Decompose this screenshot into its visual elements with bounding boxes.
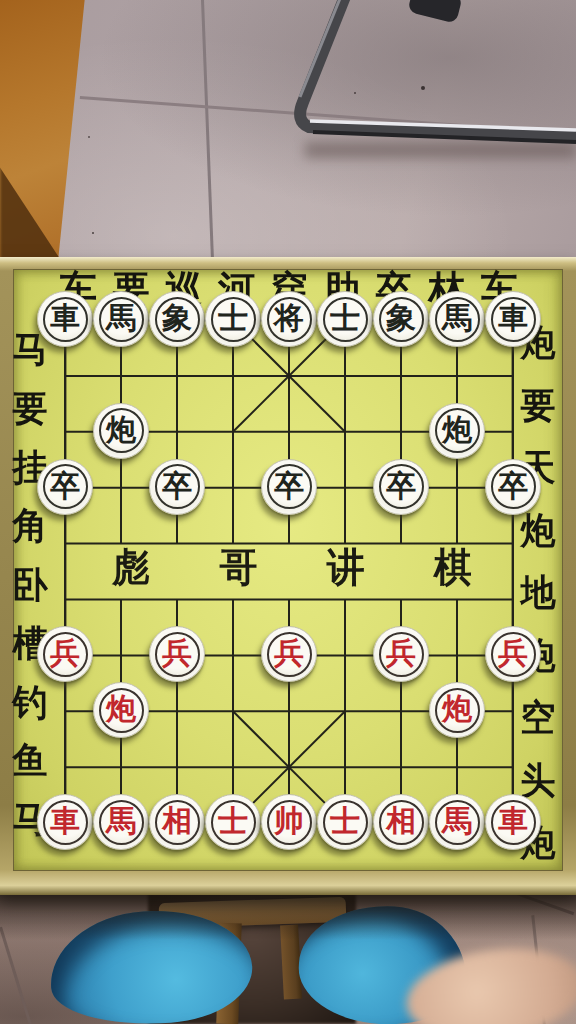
river-title: 彪哥讲棋 xyxy=(112,549,472,595)
piece-red-車[interactable]: 車 xyxy=(485,794,541,850)
board-text-char: 棋 xyxy=(434,548,472,596)
piece-character: 兵 xyxy=(498,638,528,668)
piece-black-馬[interactable]: 馬 xyxy=(429,291,485,347)
board-text-char: 要 xyxy=(521,387,556,424)
chair-leg xyxy=(0,0,576,175)
piece-black-卒[interactable]: 卒 xyxy=(37,459,93,515)
piece-ring: 卒 xyxy=(491,464,536,509)
piece-character: 馬 xyxy=(442,303,472,333)
piece-red-相[interactable]: 相 xyxy=(373,794,429,850)
piece-red-車[interactable]: 車 xyxy=(37,794,93,850)
piece-ring: 兵 xyxy=(267,632,312,677)
piece-character: 卒 xyxy=(50,471,80,501)
piece-ring: 車 xyxy=(43,297,88,342)
board-text-char: 讲 xyxy=(327,548,365,596)
piece-black-炮[interactable]: 炮 xyxy=(93,403,149,459)
piece-character: 帅 xyxy=(274,806,304,836)
piece-ring: 炮 xyxy=(99,688,144,733)
piece-ring: 兵 xyxy=(379,632,424,677)
piece-character: 馬 xyxy=(442,806,472,836)
piece-red-炮[interactable]: 炮 xyxy=(93,682,149,738)
piece-ring: 相 xyxy=(379,800,424,845)
piece-character: 兵 xyxy=(162,638,192,668)
piece-ring: 車 xyxy=(491,297,536,342)
piece-black-象[interactable]: 象 xyxy=(373,291,429,347)
piece-character: 兵 xyxy=(50,638,80,668)
piece-red-兵[interactable]: 兵 xyxy=(261,626,317,682)
piece-character: 士 xyxy=(218,806,248,836)
photo-frame: 车要巡河穿肋卒林车 马要挂角卧槽钓鱼马 炮要天炮地炮空头炮 彪哥讲棋 xyxy=(0,0,576,1024)
piece-ring: 象 xyxy=(379,297,424,342)
piece-character: 炮 xyxy=(106,694,136,724)
piece-black-士[interactable]: 士 xyxy=(317,291,373,347)
piece-black-卒[interactable]: 卒 xyxy=(149,459,205,515)
chair-leg-tube xyxy=(300,0,576,137)
piece-black-車[interactable]: 車 xyxy=(485,291,541,347)
piece-ring: 馬 xyxy=(435,800,480,845)
piece-red-士[interactable]: 士 xyxy=(317,794,373,850)
board-text-char: 地 xyxy=(521,574,556,611)
piece-black-士[interactable]: 士 xyxy=(205,291,261,347)
piece-character: 象 xyxy=(162,303,192,333)
piece-ring: 炮 xyxy=(99,408,144,453)
board-text-char: 角 xyxy=(13,507,48,544)
piece-ring: 相 xyxy=(155,800,200,845)
piece-ring: 兵 xyxy=(491,632,536,677)
piece-black-車[interactable]: 車 xyxy=(37,291,93,347)
board-text-char: 卧 xyxy=(13,566,48,603)
piece-black-卒[interactable]: 卒 xyxy=(261,459,317,515)
piece-ring: 車 xyxy=(43,800,88,845)
board-text-char: 头 xyxy=(521,762,556,799)
board-text-char: 钓 xyxy=(13,684,48,721)
piece-black-馬[interactable]: 馬 xyxy=(93,291,149,347)
piece-character: 卒 xyxy=(274,471,304,501)
piece-character: 士 xyxy=(218,303,248,333)
piece-red-兵[interactable]: 兵 xyxy=(485,626,541,682)
piece-character: 馬 xyxy=(106,806,136,836)
piece-character: 車 xyxy=(498,806,528,836)
piece-ring: 馬 xyxy=(435,297,480,342)
piece-red-馬[interactable]: 馬 xyxy=(93,794,149,850)
piece-character: 象 xyxy=(386,303,416,333)
piece-ring: 卒 xyxy=(267,464,312,509)
piece-ring: 兵 xyxy=(155,632,200,677)
chair-leg-highlight xyxy=(300,0,341,97)
piece-character: 馬 xyxy=(106,303,136,333)
piece-red-炮[interactable]: 炮 xyxy=(429,682,485,738)
piece-character: 炮 xyxy=(442,415,472,445)
piece-character: 炮 xyxy=(106,415,136,445)
board-text-char: 哥 xyxy=(219,548,257,596)
piece-black-将[interactable]: 将 xyxy=(261,291,317,347)
piece-character: 車 xyxy=(50,806,80,836)
piece-red-馬[interactable]: 馬 xyxy=(429,794,485,850)
piece-ring: 炮 xyxy=(435,688,480,733)
piece-ring: 士 xyxy=(323,297,368,342)
piece-ring: 炮 xyxy=(435,408,480,453)
piece-character: 車 xyxy=(50,303,80,333)
board-text-char: 要 xyxy=(13,390,48,427)
piece-ring: 馬 xyxy=(99,297,144,342)
board-text-char: 空 xyxy=(521,699,556,736)
piece-ring: 士 xyxy=(323,800,368,845)
piece-ring: 卒 xyxy=(379,464,424,509)
piece-character: 炮 xyxy=(442,694,472,724)
piece-black-炮[interactable]: 炮 xyxy=(429,403,485,459)
piece-red-兵[interactable]: 兵 xyxy=(373,626,429,682)
piece-black-象[interactable]: 象 xyxy=(149,291,205,347)
piece-ring: 馬 xyxy=(99,800,144,845)
piece-character: 相 xyxy=(162,806,192,836)
piece-ring: 車 xyxy=(491,800,536,845)
right-proverb: 炮要天炮地炮空头炮 xyxy=(518,325,558,860)
piece-red-相[interactable]: 相 xyxy=(149,794,205,850)
piece-ring: 象 xyxy=(155,297,200,342)
piece-character: 士 xyxy=(330,303,360,333)
piece-red-帅[interactable]: 帅 xyxy=(261,794,317,850)
piece-character: 将 xyxy=(274,303,304,333)
piece-character: 相 xyxy=(386,806,416,836)
piece-ring: 卒 xyxy=(43,464,88,509)
piece-black-卒[interactable]: 卒 xyxy=(485,459,541,515)
piece-ring: 将 xyxy=(267,297,312,342)
piece-ring: 卒 xyxy=(155,464,200,509)
piece-character: 卒 xyxy=(162,471,192,501)
chair-foot-pad xyxy=(407,0,462,24)
piece-ring: 士 xyxy=(211,297,256,342)
piece-black-卒[interactable]: 卒 xyxy=(373,459,429,515)
piece-character: 士 xyxy=(330,806,360,836)
piece-character: 卒 xyxy=(386,471,416,501)
piece-character: 兵 xyxy=(274,638,304,668)
board-text-char: 炮 xyxy=(521,512,556,549)
piece-red-士[interactable]: 士 xyxy=(205,794,261,850)
piece-character: 車 xyxy=(498,303,528,333)
piece-ring: 帅 xyxy=(267,800,312,845)
piece-ring: 士 xyxy=(211,800,256,845)
piece-character: 卒 xyxy=(498,471,528,501)
board-text-char: 鱼 xyxy=(13,742,48,779)
piece-ring: 兵 xyxy=(43,632,88,677)
piece-character: 兵 xyxy=(386,638,416,668)
floor-specks xyxy=(92,232,94,234)
piece-red-兵[interactable]: 兵 xyxy=(149,626,205,682)
board-text-char: 彪 xyxy=(112,548,150,596)
piece-red-兵[interactable]: 兵 xyxy=(37,626,93,682)
left-proverb: 马要挂角卧槽钓鱼马 xyxy=(10,332,50,837)
